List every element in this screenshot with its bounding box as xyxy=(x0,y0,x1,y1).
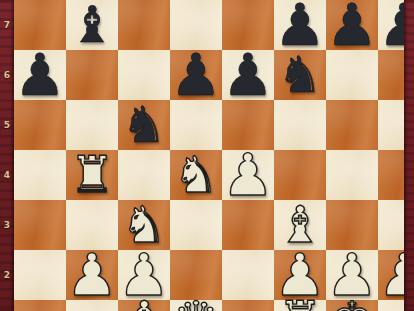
square-e6[interactable]: ♟ xyxy=(222,50,274,100)
square-a1[interactable] xyxy=(14,300,66,311)
square-h5[interactable] xyxy=(378,100,404,150)
piece-white-knight-d4[interactable]: ♞ xyxy=(174,150,219,200)
square-f6[interactable]: ♞ xyxy=(274,50,326,100)
square-d6[interactable]: ♟ xyxy=(170,50,222,100)
square-h2[interactable]: ♟ xyxy=(378,250,404,300)
square-h4[interactable] xyxy=(378,150,404,200)
piece-black-pawn-d6[interactable]: ♟ xyxy=(170,46,222,104)
square-g1[interactable]: ♚ xyxy=(326,300,378,311)
piece-black-pawn-h7[interactable]: ♟ xyxy=(378,0,404,54)
square-d5[interactable] xyxy=(170,100,222,150)
square-c5[interactable]: ♞ xyxy=(118,100,170,150)
square-b1[interactable] xyxy=(66,300,118,311)
square-e4[interactable]: ♟ xyxy=(222,150,274,200)
rank-label-6: 6 xyxy=(0,70,14,80)
square-a3[interactable] xyxy=(14,200,66,250)
rank-label-4: 4 xyxy=(0,170,14,180)
square-b4[interactable]: ♜ xyxy=(66,150,118,200)
square-g5[interactable] xyxy=(326,100,378,150)
piece-black-pawn-g7[interactable]: ♟ xyxy=(326,0,378,54)
square-e3[interactable] xyxy=(222,200,274,250)
square-h1[interactable] xyxy=(378,300,404,311)
square-c6[interactable] xyxy=(118,50,170,100)
piece-white-queen-d1[interactable]: ♛ xyxy=(174,295,219,311)
square-e1[interactable] xyxy=(222,300,274,311)
rank-label-3: 3 xyxy=(0,220,14,230)
square-f7[interactable]: ♟ xyxy=(274,0,326,50)
square-b7[interactable]: ♝ xyxy=(66,0,118,50)
square-b2[interactable]: ♟ xyxy=(66,250,118,300)
piece-black-knight-f6[interactable]: ♞ xyxy=(278,50,323,100)
square-d1[interactable]: ♛ xyxy=(170,300,222,311)
square-h7[interactable]: ♟ xyxy=(378,0,404,50)
square-a2[interactable] xyxy=(14,250,66,300)
square-g4[interactable] xyxy=(326,150,378,200)
piece-black-bishop-b7[interactable]: ♝ xyxy=(70,0,115,50)
rank-label-2: 2 xyxy=(0,270,14,280)
piece-black-knight-c5[interactable]: ♞ xyxy=(122,100,167,150)
piece-white-pawn-h2[interactable]: ♟ xyxy=(378,246,404,304)
square-a5[interactable] xyxy=(14,100,66,150)
square-a6[interactable]: ♟ xyxy=(14,50,66,100)
rank-label-7: 7 xyxy=(0,20,14,30)
square-f4[interactable] xyxy=(274,150,326,200)
square-d4[interactable]: ♞ xyxy=(170,150,222,200)
board-frame-right xyxy=(404,0,414,311)
square-g6[interactable] xyxy=(326,50,378,100)
square-f1[interactable]: ♜ xyxy=(274,300,326,311)
board-frame-left: 765432 xyxy=(0,0,14,311)
square-b6[interactable] xyxy=(66,50,118,100)
chess-diagram: 765432 ♝♟♟♟♟♟♟♞♞♜♞♟♞♝♟♟♟♟♟♝♛♜♚ xyxy=(0,0,414,311)
piece-white-pawn-b2[interactable]: ♟ xyxy=(66,246,118,304)
square-c4[interactable] xyxy=(118,150,170,200)
square-g7[interactable]: ♟ xyxy=(326,0,378,50)
square-f5[interactable] xyxy=(274,100,326,150)
square-c7[interactable] xyxy=(118,0,170,50)
piece-black-pawn-a6[interactable]: ♟ xyxy=(14,46,66,104)
square-h6[interactable] xyxy=(378,50,404,100)
rank-label-5: 5 xyxy=(0,120,14,130)
piece-white-pawn-e4[interactable]: ♟ xyxy=(222,146,274,204)
square-d3[interactable] xyxy=(170,200,222,250)
piece-white-king-g1[interactable]: ♚ xyxy=(330,295,375,311)
piece-white-rook-f1[interactable]: ♜ xyxy=(278,295,323,311)
piece-white-bishop-c1[interactable]: ♝ xyxy=(122,295,167,311)
piece-white-rook-b4[interactable]: ♜ xyxy=(70,150,115,200)
square-a4[interactable] xyxy=(14,150,66,200)
piece-black-pawn-e6[interactable]: ♟ xyxy=(222,46,274,104)
chess-board: ♝♟♟♟♟♟♟♞♞♜♞♟♞♝♟♟♟♟♟♝♛♜♚ xyxy=(14,0,404,311)
square-e2[interactable] xyxy=(222,250,274,300)
square-c1[interactable]: ♝ xyxy=(118,300,170,311)
square-b5[interactable] xyxy=(66,100,118,150)
